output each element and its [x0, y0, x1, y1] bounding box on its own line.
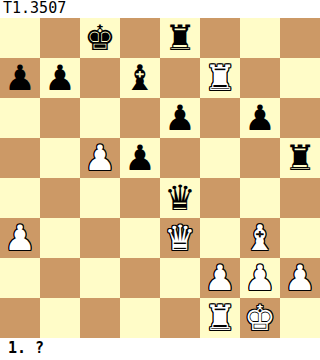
square-g1[interactable]: ♚ [240, 298, 280, 338]
square-e3[interactable]: ♛ [160, 218, 200, 258]
square-a7[interactable]: ♟ [0, 58, 40, 98]
square-b4[interactable] [40, 178, 80, 218]
black-queen[interactable]: ♛ [164, 178, 195, 218]
square-d7[interactable]: ♝ [120, 58, 160, 98]
black-pawn[interactable]: ♟ [44, 58, 75, 98]
square-d6[interactable] [120, 98, 160, 138]
square-b5[interactable] [40, 138, 80, 178]
square-b7[interactable]: ♟ [40, 58, 80, 98]
square-d1[interactable] [120, 298, 160, 338]
square-h4[interactable] [280, 178, 320, 218]
square-a8[interactable] [0, 18, 40, 58]
black-pawn[interactable]: ♟ [244, 98, 275, 138]
square-a3[interactable]: ♟ [0, 218, 40, 258]
black-bishop[interactable]: ♝ [124, 58, 155, 98]
square-h5[interactable]: ♜ [280, 138, 320, 178]
square-f2[interactable]: ♟ [200, 258, 240, 298]
square-d8[interactable] [120, 18, 160, 58]
square-b8[interactable] [40, 18, 80, 58]
square-b2[interactable] [40, 258, 80, 298]
square-h2[interactable]: ♟ [280, 258, 320, 298]
square-c4[interactable] [80, 178, 120, 218]
white-pawn[interactable]: ♟ [84, 138, 115, 178]
white-rook[interactable]: ♜ [204, 58, 235, 98]
square-d5[interactable]: ♟ [120, 138, 160, 178]
square-c8[interactable]: ♚ [80, 18, 120, 58]
square-c7[interactable] [80, 58, 120, 98]
square-d2[interactable] [120, 258, 160, 298]
square-e2[interactable] [160, 258, 200, 298]
white-pawn[interactable]: ♟ [284, 258, 315, 298]
white-rook[interactable]: ♜ [204, 298, 235, 338]
white-king[interactable]: ♚ [244, 298, 275, 338]
square-h6[interactable] [280, 98, 320, 138]
square-g4[interactable] [240, 178, 280, 218]
square-h7[interactable] [280, 58, 320, 98]
square-g8[interactable] [240, 18, 280, 58]
chess-board: ♚♜♟♟♝♜♟♟♟♟♜♛♟♛♝♟♟♟♜♚ [0, 18, 320, 338]
square-b3[interactable] [40, 218, 80, 258]
square-g5[interactable] [240, 138, 280, 178]
white-pawn[interactable]: ♟ [204, 258, 235, 298]
square-h1[interactable] [280, 298, 320, 338]
square-a1[interactable] [0, 298, 40, 338]
square-f5[interactable] [200, 138, 240, 178]
square-f4[interactable] [200, 178, 240, 218]
square-c1[interactable] [80, 298, 120, 338]
square-e7[interactable] [160, 58, 200, 98]
square-e8[interactable]: ♜ [160, 18, 200, 58]
black-king[interactable]: ♚ [84, 18, 115, 58]
square-f6[interactable] [200, 98, 240, 138]
square-h3[interactable] [280, 218, 320, 258]
square-e5[interactable] [160, 138, 200, 178]
square-e6[interactable]: ♟ [160, 98, 200, 138]
black-pawn[interactable]: ♟ [124, 138, 155, 178]
square-e1[interactable] [160, 298, 200, 338]
move-prompt: 1. ? [0, 338, 320, 360]
square-a5[interactable] [0, 138, 40, 178]
black-pawn[interactable]: ♟ [164, 98, 195, 138]
square-g3[interactable]: ♝ [240, 218, 280, 258]
square-f3[interactable] [200, 218, 240, 258]
black-rook[interactable]: ♜ [164, 18, 195, 58]
square-g7[interactable] [240, 58, 280, 98]
square-g2[interactable]: ♟ [240, 258, 280, 298]
square-d4[interactable] [120, 178, 160, 218]
square-g6[interactable]: ♟ [240, 98, 280, 138]
puzzle-title: T1.3507 [0, 0, 320, 18]
square-c6[interactable] [80, 98, 120, 138]
square-c5[interactable]: ♟ [80, 138, 120, 178]
square-h8[interactable] [280, 18, 320, 58]
white-pawn[interactable]: ♟ [244, 258, 275, 298]
square-c2[interactable] [80, 258, 120, 298]
white-pawn[interactable]: ♟ [4, 218, 35, 258]
square-c3[interactable] [80, 218, 120, 258]
black-rook[interactable]: ♜ [284, 138, 315, 178]
square-a4[interactable] [0, 178, 40, 218]
white-queen[interactable]: ♛ [164, 218, 195, 258]
white-bishop[interactable]: ♝ [244, 218, 275, 258]
black-pawn[interactable]: ♟ [4, 58, 35, 98]
square-b6[interactable] [40, 98, 80, 138]
square-a2[interactable] [0, 258, 40, 298]
square-f7[interactable]: ♜ [200, 58, 240, 98]
square-a6[interactable] [0, 98, 40, 138]
square-d3[interactable] [120, 218, 160, 258]
square-b1[interactable] [40, 298, 80, 338]
square-e4[interactable]: ♛ [160, 178, 200, 218]
square-f1[interactable]: ♜ [200, 298, 240, 338]
square-f8[interactable] [200, 18, 240, 58]
